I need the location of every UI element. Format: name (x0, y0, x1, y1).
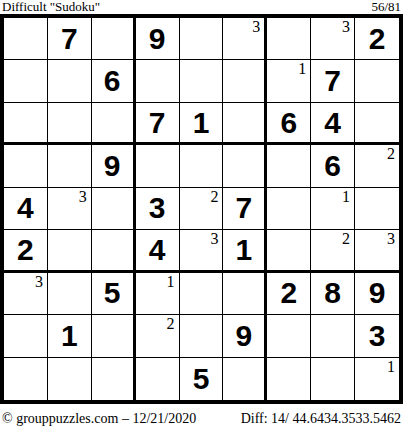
cell-r9c9[interactable]: 1 (355, 358, 399, 400)
cell-r8c3[interactable] (92, 315, 136, 357)
puzzle-title: Difficult "Sudoku" (2, 0, 100, 14)
cell-r7c1[interactable]: 3 (4, 273, 48, 315)
given-digit: 4 (149, 235, 166, 265)
given-digit: 8 (324, 278, 341, 308)
cell-r2c1[interactable] (4, 60, 48, 102)
cell-r6c5[interactable]: 3 (180, 230, 224, 272)
cell-r8c8[interactable] (311, 315, 355, 357)
cell-r4c7[interactable] (267, 145, 311, 187)
cell-r7c2[interactable] (48, 273, 92, 315)
cell-r2c8[interactable]: 7 (311, 60, 355, 102)
given-digit: 2 (369, 24, 386, 54)
cell-r8c6[interactable]: 9 (223, 315, 267, 357)
sudoku-board: 793326177164962433271243123351289129351 (0, 14, 403, 404)
pencil-mark: 3 (79, 189, 87, 205)
cell-r3c4[interactable]: 7 (136, 103, 180, 145)
cell-r3c9[interactable] (355, 103, 399, 145)
cell-r2c5[interactable] (180, 60, 224, 102)
cell-r4c6[interactable] (223, 145, 267, 187)
cell-r2c3[interactable]: 6 (92, 60, 136, 102)
cell-r4c9[interactable]: 2 (355, 145, 399, 187)
given-digit: 5 (193, 364, 210, 394)
given-digit: 4 (17, 193, 34, 223)
cell-r5c2[interactable]: 3 (48, 188, 92, 230)
cell-r1c4[interactable]: 9 (136, 18, 180, 60)
cell-r6c1[interactable]: 2 (4, 230, 48, 272)
given-digit: 3 (149, 193, 166, 223)
cell-r4c8[interactable]: 6 (311, 145, 355, 187)
cell-r6c7[interactable] (267, 230, 311, 272)
cell-r1c8[interactable]: 3 (311, 18, 355, 60)
cell-r9c5[interactable]: 5 (180, 358, 224, 400)
cell-r5c9[interactable] (355, 188, 399, 230)
cell-r6c2[interactable] (48, 230, 92, 272)
cell-r7c9[interactable]: 9 (355, 273, 399, 315)
pencil-mark: 3 (210, 231, 218, 247)
cell-r3c3[interactable] (92, 103, 136, 145)
cell-r7c7[interactable]: 2 (267, 273, 311, 315)
cell-r7c3[interactable]: 5 (92, 273, 136, 315)
cell-r2c4[interactable] (136, 60, 180, 102)
given-digit: 6 (324, 151, 341, 181)
cell-r8c5[interactable] (180, 315, 224, 357)
pencil-mark: 1 (298, 61, 306, 77)
pencil-mark: 2 (387, 146, 395, 162)
cell-r9c6[interactable] (223, 358, 267, 400)
cell-r6c6[interactable]: 1 (223, 230, 267, 272)
cell-r2c9[interactable] (355, 60, 399, 102)
cell-r3c7[interactable]: 6 (267, 103, 311, 145)
cell-r5c6[interactable]: 7 (223, 188, 267, 230)
cell-r4c5[interactable] (180, 145, 224, 187)
cell-r6c3[interactable] (92, 230, 136, 272)
cell-r6c9[interactable]: 3 (355, 230, 399, 272)
remaining-counter: 56/81 (371, 0, 401, 14)
pencil-mark: 2 (342, 231, 350, 247)
cell-r8c1[interactable] (4, 315, 48, 357)
pencil-mark: 3 (252, 19, 260, 35)
pencil-mark: 2 (210, 189, 218, 205)
cell-r4c4[interactable] (136, 145, 180, 187)
cell-r4c1[interactable] (4, 145, 48, 187)
cell-r1c9[interactable]: 2 (355, 18, 399, 60)
cell-r1c5[interactable] (180, 18, 224, 60)
given-digit: 1 (61, 321, 78, 351)
footer: © grouppuzzles.com – 12/21/2020 Diff: 14… (2, 410, 401, 428)
cell-r5c4[interactable]: 3 (136, 188, 180, 230)
cell-r5c1[interactable]: 4 (4, 188, 48, 230)
pencil-mark: 1 (387, 359, 395, 375)
header: Difficult "Sudoku" 56/81 (2, 0, 401, 14)
given-digit: 9 (149, 24, 166, 54)
given-digit: 9 (369, 278, 386, 308)
cell-r9c7[interactable] (267, 358, 311, 400)
cell-r4c2[interactable] (48, 145, 92, 187)
cell-r8c2[interactable]: 1 (48, 315, 92, 357)
cell-r9c2[interactable] (48, 358, 92, 400)
given-digit: 1 (193, 108, 210, 138)
cell-r1c6[interactable]: 3 (223, 18, 267, 60)
cell-r7c8[interactable]: 8 (311, 273, 355, 315)
cell-r5c7[interactable] (267, 188, 311, 230)
cell-r6c8[interactable]: 2 (311, 230, 355, 272)
pencil-mark: 3 (35, 274, 43, 290)
given-digit: 9 (236, 321, 253, 351)
given-digit: 6 (280, 108, 297, 138)
cell-r6c4[interactable]: 4 (136, 230, 180, 272)
cell-r9c8[interactable] (311, 358, 355, 400)
cell-r9c3[interactable] (92, 358, 136, 400)
pencil-mark: 3 (387, 231, 395, 247)
given-digit: 7 (324, 66, 341, 96)
cell-r2c6[interactable] (223, 60, 267, 102)
given-digit: 9 (104, 151, 121, 181)
cell-r9c4[interactable] (136, 358, 180, 400)
cell-r1c1[interactable] (4, 18, 48, 60)
cell-r2c7[interactable]: 1 (267, 60, 311, 102)
pencil-mark: 3 (342, 19, 350, 35)
given-digit: 7 (61, 24, 78, 54)
given-digit: 2 (280, 278, 297, 308)
cell-r3c1[interactable] (4, 103, 48, 145)
cell-r5c5[interactable]: 2 (180, 188, 224, 230)
cell-r7c5[interactable] (180, 273, 224, 315)
pencil-mark: 1 (167, 274, 175, 290)
cell-r3c2[interactable] (48, 103, 92, 145)
cell-r5c8[interactable]: 1 (311, 188, 355, 230)
given-digit: 1 (236, 235, 253, 265)
cell-r4c3[interactable]: 9 (92, 145, 136, 187)
cell-r7c6[interactable] (223, 273, 267, 315)
given-digit: 7 (149, 108, 166, 138)
given-digit: 4 (324, 108, 341, 138)
cell-r3c8[interactable]: 4 (311, 103, 355, 145)
cell-r3c5[interactable]: 1 (180, 103, 224, 145)
cell-r9c1[interactable] (4, 358, 48, 400)
cell-r3c6[interactable] (223, 103, 267, 145)
difficulty-text: Diff: 14/ 44.6434.3533.5462 (241, 410, 401, 428)
cell-r8c9[interactable]: 3 (355, 315, 399, 357)
cell-r8c4[interactable]: 2 (136, 315, 180, 357)
given-digit: 6 (104, 66, 121, 96)
cell-r1c2[interactable]: 7 (48, 18, 92, 60)
given-digit: 2 (17, 235, 34, 265)
cell-r1c7[interactable] (267, 18, 311, 60)
cell-r5c3[interactable] (92, 188, 136, 230)
given-digit: 5 (104, 278, 121, 308)
cell-r2c2[interactable] (48, 60, 92, 102)
cell-r1c3[interactable] (92, 18, 136, 60)
copyright-text: © grouppuzzles.com – 12/21/2020 (2, 410, 196, 428)
pencil-mark: 2 (167, 316, 175, 332)
cell-r8c7[interactable] (267, 315, 311, 357)
given-digit: 3 (369, 321, 386, 351)
given-digit: 7 (236, 193, 253, 223)
cell-r7c4[interactable]: 1 (136, 273, 180, 315)
pencil-mark: 1 (342, 189, 350, 205)
